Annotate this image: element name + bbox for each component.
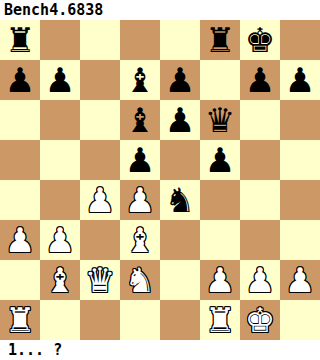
square-d8[interactable] [120,20,160,60]
square-d3[interactable]: ♝ [120,220,160,260]
square-g2[interactable]: ♟ [240,260,280,300]
square-c1[interactable] [80,300,120,340]
square-b5[interactable] [40,140,80,180]
square-a2[interactable] [0,260,40,300]
square-a1[interactable]: ♜ [0,300,40,340]
square-c3[interactable] [80,220,120,260]
square-g1[interactable]: ♚ [240,300,280,340]
square-h3[interactable] [280,220,320,260]
black-pawn[interactable]: ♟ [5,60,35,100]
white-knight[interactable]: ♞ [125,260,155,300]
black-king[interactable]: ♚ [245,20,275,60]
square-g6[interactable] [240,100,280,140]
square-h6[interactable] [280,100,320,140]
square-b6[interactable] [40,100,80,140]
white-bishop[interactable]: ♝ [125,220,155,260]
square-a7[interactable]: ♟ [0,60,40,100]
square-g3[interactable] [240,220,280,260]
black-pawn[interactable]: ♟ [205,140,235,180]
square-b8[interactable] [40,20,80,60]
black-pawn[interactable]: ♟ [165,60,195,100]
square-e3[interactable] [160,220,200,260]
white-rook[interactable]: ♜ [5,300,35,340]
square-c7[interactable] [80,60,120,100]
square-e7[interactable]: ♟ [160,60,200,100]
square-h5[interactable] [280,140,320,180]
square-a5[interactable] [0,140,40,180]
square-a8[interactable]: ♜ [0,20,40,60]
chess-app-window: Bench4.6838 ♜♜♚♟♟♝♟♟♟♝♟♛♟♟♟♟♞♟♟♝♝♛♞♟♟♟♜♜… [0,0,320,360]
black-pawn[interactable]: ♟ [245,60,275,100]
black-pawn[interactable]: ♟ [285,60,315,100]
square-b1[interactable] [40,300,80,340]
square-h4[interactable] [280,180,320,220]
square-f7[interactable] [200,60,240,100]
square-g7[interactable]: ♟ [240,60,280,100]
square-h1[interactable] [280,300,320,340]
square-f6[interactable]: ♛ [200,100,240,140]
black-rook[interactable]: ♜ [5,20,35,60]
square-e1[interactable] [160,300,200,340]
black-pawn[interactable]: ♟ [45,60,75,100]
move-prompt: 1... ? [0,340,320,360]
square-a3[interactable]: ♟ [0,220,40,260]
white-bishop[interactable]: ♝ [45,260,75,300]
white-pawn[interactable]: ♟ [205,260,235,300]
black-knight[interactable]: ♞ [165,180,195,220]
chess-board: ♜♜♚♟♟♝♟♟♟♝♟♛♟♟♟♟♞♟♟♝♝♛♞♟♟♟♜♜♚ [0,20,320,340]
black-queen[interactable]: ♛ [205,100,235,140]
square-f5[interactable]: ♟ [200,140,240,180]
square-f3[interactable] [200,220,240,260]
white-king[interactable]: ♚ [245,300,275,340]
square-c5[interactable] [80,140,120,180]
square-h2[interactable]: ♟ [280,260,320,300]
square-c4[interactable]: ♟ [80,180,120,220]
square-f8[interactable]: ♜ [200,20,240,60]
square-d1[interactable] [120,300,160,340]
white-pawn[interactable]: ♟ [85,180,115,220]
square-d4[interactable]: ♟ [120,180,160,220]
white-rook[interactable]: ♜ [205,300,235,340]
square-e4[interactable]: ♞ [160,180,200,220]
black-pawn[interactable]: ♟ [125,140,155,180]
white-pawn[interactable]: ♟ [125,180,155,220]
square-e8[interactable] [160,20,200,60]
square-b7[interactable]: ♟ [40,60,80,100]
white-pawn[interactable]: ♟ [285,260,315,300]
black-rook[interactable]: ♜ [205,20,235,60]
square-f4[interactable] [200,180,240,220]
square-d2[interactable]: ♞ [120,260,160,300]
square-b2[interactable]: ♝ [40,260,80,300]
square-f2[interactable]: ♟ [200,260,240,300]
white-pawn[interactable]: ♟ [5,220,35,260]
square-f1[interactable]: ♜ [200,300,240,340]
square-c8[interactable] [80,20,120,60]
page-title: Bench4.6838 [0,0,320,20]
square-d5[interactable]: ♟ [120,140,160,180]
black-bishop[interactable]: ♝ [125,60,155,100]
square-g5[interactable] [240,140,280,180]
square-h8[interactable] [280,20,320,60]
square-e5[interactable] [160,140,200,180]
square-c2[interactable]: ♛ [80,260,120,300]
square-b3[interactable]: ♟ [40,220,80,260]
square-c6[interactable] [80,100,120,140]
square-e6[interactable]: ♟ [160,100,200,140]
white-pawn[interactable]: ♟ [45,220,75,260]
square-g8[interactable]: ♚ [240,20,280,60]
white-queen[interactable]: ♛ [85,260,115,300]
black-pawn[interactable]: ♟ [165,100,195,140]
square-g4[interactable] [240,180,280,220]
white-pawn[interactable]: ♟ [245,260,275,300]
square-a4[interactable] [0,180,40,220]
square-d6[interactable]: ♝ [120,100,160,140]
square-a6[interactable] [0,100,40,140]
square-e2[interactable] [160,260,200,300]
square-d7[interactable]: ♝ [120,60,160,100]
square-b4[interactable] [40,180,80,220]
square-h7[interactable]: ♟ [280,60,320,100]
black-bishop[interactable]: ♝ [125,100,155,140]
